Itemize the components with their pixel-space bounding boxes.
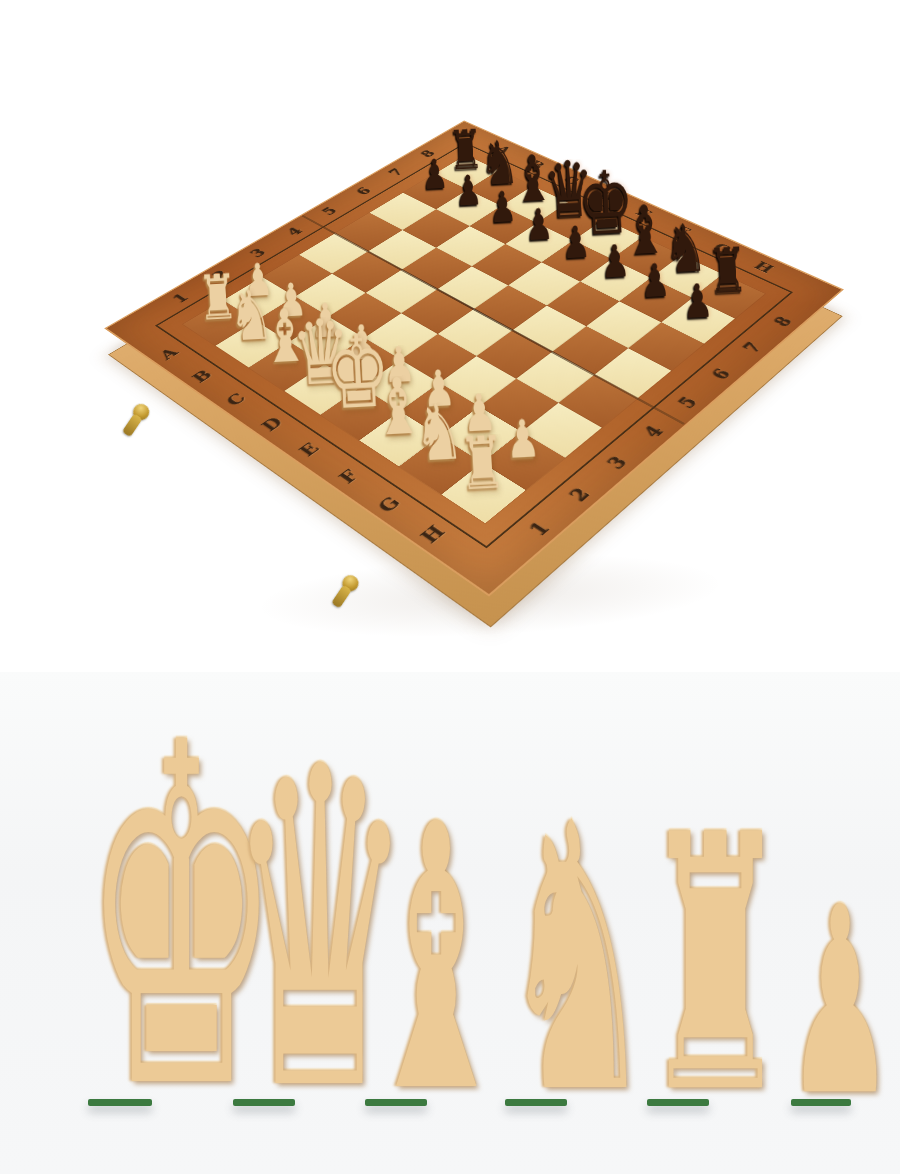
white-knight-glyph: ♞ [499, 816, 572, 1103]
white-queen-glyph: ♛ [227, 760, 300, 1103]
showcase-white-knight: ♞ [458, 816, 614, 1106]
piece-lineup: ♚♛♝♞♜♟ [0, 672, 900, 1174]
white-rook-glyph: ♜ [641, 828, 714, 1103]
showcase-white-bishop: ♝ [318, 818, 474, 1106]
white-king-glyph: ♚ [82, 736, 157, 1103]
board-photo: ♜♞♝♛♚♝♞♜♟♟♟♟♟♟♟♟♟♟♟♟♟♟♟♟♜♞♝♛♚♝♞♜ ABCDEFG… [0, 0, 900, 696]
piece-white-rook[interactable]: ♜ [435, 432, 528, 495]
piece-black-pawn[interactable]: ♟ [657, 281, 738, 323]
showcase-white-pawn: ♟ [746, 902, 896, 1106]
white-bishop-glyph: ♝ [359, 818, 432, 1103]
board-scene: ♜♞♝♛♚♝♞♜♟♟♟♟♟♟♟♟♟♟♟♟♟♟♟♟♜♞♝♛♚♝♞♜ ABCDEFG… [0, 0, 900, 696]
chess-board: ♜♞♝♛♚♝♞♜♟♟♟♟♟♟♟♟♟♟♟♟♟♟♟♟♜♞♝♛♚♝♞♜ ABCDEFG… [104, 121, 844, 597]
showcase-white-king: ♚ [40, 736, 200, 1106]
white-pawn-glyph: ♟ [786, 902, 857, 1103]
showcase-white-rook: ♜ [600, 828, 756, 1106]
